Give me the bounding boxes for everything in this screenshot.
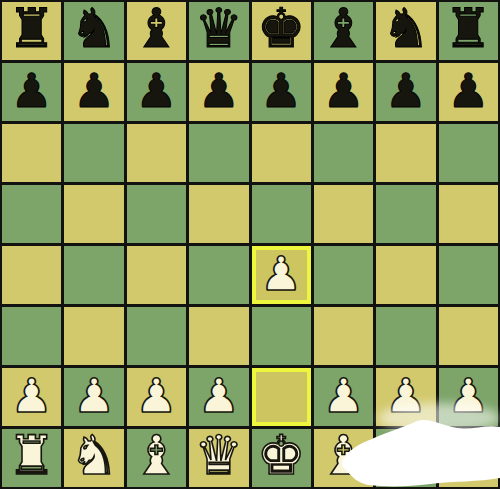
square-d6[interactable]	[189, 124, 248, 182]
square-a1[interactable]: ♜	[2, 429, 61, 487]
square-h8[interactable]: ♜	[439, 2, 498, 60]
square-c1[interactable]: ♝	[127, 429, 186, 487]
black-pawn[interactable]: ♟	[260, 67, 302, 114]
white-pawn[interactable]: ♟	[447, 372, 489, 419]
square-c6[interactable]	[127, 124, 186, 182]
square-b7[interactable]: ♟	[64, 63, 123, 121]
white-knight[interactable]: ♞	[70, 429, 118, 483]
square-f1[interactable]: ♝	[314, 429, 373, 487]
white-rook[interactable]: ♜	[7, 429, 55, 483]
square-e5[interactable]	[252, 185, 311, 243]
square-b4[interactable]	[64, 246, 123, 304]
square-f6[interactable]	[314, 124, 373, 182]
chess-board: ♜♞♝♛♚♝♞♜♟♟♟♟♟♟♟♟♟♟♟♟♟♟♟♟♜♞♝♛♚♝♞♜	[0, 0, 500, 489]
square-f5[interactable]	[314, 185, 373, 243]
square-b5[interactable]	[64, 185, 123, 243]
square-b2[interactable]: ♟	[64, 368, 123, 426]
square-e4[interactable]: ♟	[252, 246, 311, 304]
black-pawn[interactable]: ♟	[385, 67, 427, 114]
square-c3[interactable]	[127, 307, 186, 365]
white-rook[interactable]: ♜	[444, 429, 492, 483]
white-pawn[interactable]: ♟	[322, 372, 364, 419]
black-pawn[interactable]: ♟	[73, 67, 115, 114]
black-pawn[interactable]: ♟	[198, 67, 240, 114]
square-c8[interactable]: ♝	[127, 2, 186, 60]
square-a7[interactable]: ♟	[2, 63, 61, 121]
square-e1[interactable]: ♚	[252, 429, 311, 487]
square-f8[interactable]: ♝	[314, 2, 373, 60]
square-h3[interactable]	[439, 307, 498, 365]
square-c4[interactable]	[127, 246, 186, 304]
black-bishop[interactable]: ♝	[319, 2, 367, 56]
square-e6[interactable]	[252, 124, 311, 182]
white-pawn[interactable]: ♟	[198, 372, 240, 419]
square-d5[interactable]	[189, 185, 248, 243]
black-pawn[interactable]: ♟	[11, 67, 53, 114]
white-pawn[interactable]: ♟	[73, 372, 115, 419]
square-e8[interactable]: ♚	[252, 2, 311, 60]
square-b8[interactable]: ♞	[64, 2, 123, 60]
square-h7[interactable]: ♟	[439, 63, 498, 121]
black-pawn[interactable]: ♟	[135, 67, 177, 114]
square-g5[interactable]	[376, 185, 435, 243]
square-g2[interactable]: ♟	[376, 368, 435, 426]
square-d4[interactable]	[189, 246, 248, 304]
black-knight[interactable]: ♞	[70, 2, 118, 56]
square-g8[interactable]: ♞	[376, 2, 435, 60]
square-f7[interactable]: ♟	[314, 63, 373, 121]
square-b6[interactable]	[64, 124, 123, 182]
black-rook[interactable]: ♜	[444, 2, 492, 56]
square-h1[interactable]: ♜	[439, 429, 498, 487]
square-g6[interactable]	[376, 124, 435, 182]
square-g1[interactable]: ♞	[376, 429, 435, 487]
black-rook[interactable]: ♜	[7, 2, 55, 56]
black-queen[interactable]: ♛	[195, 2, 243, 56]
square-e2[interactable]	[252, 368, 311, 426]
square-a8[interactable]: ♜	[2, 2, 61, 60]
square-d8[interactable]: ♛	[189, 2, 248, 60]
white-pawn[interactable]: ♟	[385, 372, 427, 419]
square-c2[interactable]: ♟	[127, 368, 186, 426]
square-d2[interactable]: ♟	[189, 368, 248, 426]
square-c5[interactable]	[127, 185, 186, 243]
square-g3[interactable]	[376, 307, 435, 365]
white-pawn[interactable]: ♟	[135, 372, 177, 419]
square-h5[interactable]	[439, 185, 498, 243]
square-e7[interactable]: ♟	[252, 63, 311, 121]
black-bishop[interactable]: ♝	[132, 2, 180, 56]
white-pawn[interactable]: ♟	[260, 250, 302, 297]
square-h2[interactable]: ♟	[439, 368, 498, 426]
black-pawn[interactable]: ♟	[447, 67, 489, 114]
black-knight[interactable]: ♞	[382, 2, 430, 56]
square-a3[interactable]	[2, 307, 61, 365]
white-king[interactable]: ♚	[257, 429, 305, 483]
square-g4[interactable]	[376, 246, 435, 304]
square-c7[interactable]: ♟	[127, 63, 186, 121]
white-bishop[interactable]: ♝	[319, 429, 367, 483]
square-b3[interactable]	[64, 307, 123, 365]
square-g7[interactable]: ♟	[376, 63, 435, 121]
square-d1[interactable]: ♛	[189, 429, 248, 487]
white-bishop[interactable]: ♝	[132, 429, 180, 483]
square-a5[interactable]	[2, 185, 61, 243]
square-a4[interactable]	[2, 246, 61, 304]
white-pawn[interactable]: ♟	[11, 372, 53, 419]
square-e3[interactable]	[252, 307, 311, 365]
square-h6[interactable]	[439, 124, 498, 182]
square-f3[interactable]	[314, 307, 373, 365]
white-queen[interactable]: ♛	[195, 429, 243, 483]
square-f4[interactable]	[314, 246, 373, 304]
square-h4[interactable]	[439, 246, 498, 304]
white-knight[interactable]: ♞	[382, 429, 430, 483]
square-f2[interactable]: ♟	[314, 368, 373, 426]
square-d7[interactable]: ♟	[189, 63, 248, 121]
square-d3[interactable]	[189, 307, 248, 365]
black-king[interactable]: ♚	[257, 2, 305, 56]
square-a6[interactable]	[2, 124, 61, 182]
square-b1[interactable]: ♞	[64, 429, 123, 487]
square-a2[interactable]: ♟	[2, 368, 61, 426]
black-pawn[interactable]: ♟	[322, 67, 364, 114]
